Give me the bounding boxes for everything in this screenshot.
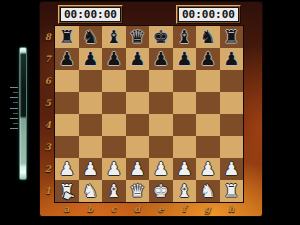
gauge-tick: [13, 102, 18, 103]
black-king-icon: ♚: [149, 26, 173, 48]
black-rook-icon: ♜: [220, 26, 244, 48]
black-pawn-icon: ♟: [149, 48, 173, 70]
chess-board: ♜♞♝♛♚♝♞♜♟♟♟♟♟♟♟♟♟♟♟♟♟♟♟♟♜♞♝♛♚♝♞♜: [55, 26, 243, 202]
square-e7[interactable]: ♟: [149, 48, 173, 70]
black-bishop-icon: ♝: [102, 26, 126, 48]
white-bishop-icon: ♝: [102, 180, 126, 202]
square-c7[interactable]: ♟: [102, 48, 126, 70]
square-b6[interactable]: [79, 70, 103, 92]
rank-label-4: 4: [42, 114, 54, 136]
black-bishop-icon: ♝: [173, 26, 197, 48]
black-pawn-icon: ♟: [173, 48, 197, 70]
square-f6[interactable]: [173, 70, 197, 92]
eval-gauge: [19, 47, 27, 180]
file-label-g: g: [196, 203, 220, 215]
square-b7[interactable]: ♟: [79, 48, 103, 70]
square-b3[interactable]: [79, 136, 103, 158]
square-a6[interactable]: [55, 70, 79, 92]
black-clock: 00:00:00: [176, 5, 241, 24]
rank-label-8: 8: [42, 26, 54, 48]
square-b4[interactable]: [79, 114, 103, 136]
board-frame: 00:00:00 00:00:00 87654321 ♜♞♝♛♚♝♞♜♟♟♟♟♟…: [40, 2, 262, 216]
square-d8[interactable]: ♛: [126, 26, 150, 48]
black-knight-icon: ♞: [79, 26, 103, 48]
square-c4[interactable]: [102, 114, 126, 136]
square-f1[interactable]: ♝: [173, 180, 197, 202]
square-e6[interactable]: [149, 70, 173, 92]
white-clock: 00:00:00: [58, 5, 123, 24]
white-knight-icon: ♞: [196, 180, 220, 202]
square-g3[interactable]: [196, 136, 220, 158]
square-d7[interactable]: ♟: [126, 48, 150, 70]
file-label-h: h: [220, 203, 244, 215]
square-f5[interactable]: [173, 92, 197, 114]
white-pawn-icon: ♟: [173, 158, 197, 180]
square-e2[interactable]: ♟: [149, 158, 173, 180]
square-e3[interactable]: [149, 136, 173, 158]
white-pawn-icon: ♟: [55, 158, 79, 180]
square-c1[interactable]: ♝: [102, 180, 126, 202]
square-g7[interactable]: ♟: [196, 48, 220, 70]
square-g2[interactable]: ♟: [196, 158, 220, 180]
gauge-tick: [10, 87, 18, 88]
square-c2[interactable]: ♟: [102, 158, 126, 180]
square-c5[interactable]: [102, 92, 126, 114]
square-h5[interactable]: [220, 92, 244, 114]
black-knight-icon: ♞: [196, 26, 220, 48]
square-b5[interactable]: [79, 92, 103, 114]
square-g5[interactable]: [196, 92, 220, 114]
square-d5[interactable]: [126, 92, 150, 114]
white-rook-icon: ♜: [55, 180, 79, 202]
square-f4[interactable]: [173, 114, 197, 136]
black-pawn-icon: ♟: [55, 48, 79, 70]
gauge-tick: [10, 128, 18, 129]
square-h1[interactable]: ♜: [220, 180, 244, 202]
square-a5[interactable]: [55, 92, 79, 114]
square-e4[interactable]: [149, 114, 173, 136]
white-pawn-icon: ♟: [102, 158, 126, 180]
file-label-f: f: [173, 203, 197, 215]
file-label-c: c: [102, 203, 126, 215]
rank-label-7: 7: [42, 48, 54, 70]
square-e5[interactable]: [149, 92, 173, 114]
square-a1[interactable]: ♜: [55, 180, 79, 202]
square-f2[interactable]: ♟: [173, 158, 197, 180]
white-clock-display: 00:00:00: [60, 7, 121, 22]
white-pawn-icon: ♟: [220, 158, 244, 180]
eval-gauge-ticks: [9, 87, 18, 129]
square-f8[interactable]: ♝: [173, 26, 197, 48]
square-a3[interactable]: [55, 136, 79, 158]
square-h3[interactable]: [220, 136, 244, 158]
square-a2[interactable]: ♟: [55, 158, 79, 180]
black-pawn-icon: ♟: [196, 48, 220, 70]
file-label-b: b: [79, 203, 103, 215]
black-pawn-icon: ♟: [220, 48, 244, 70]
square-d2[interactable]: ♟: [126, 158, 150, 180]
rank-label-2: 2: [42, 158, 54, 180]
gauge-tick: [13, 113, 18, 114]
square-g1[interactable]: ♞: [196, 180, 220, 202]
square-e1[interactable]: ♚: [149, 180, 173, 202]
square-c8[interactable]: ♝: [102, 26, 126, 48]
file-label-e: e: [149, 203, 173, 215]
black-pawn-icon: ♟: [79, 48, 103, 70]
rank-labels: 87654321: [42, 26, 54, 202]
game-screen: 00:00:00 00:00:00 87654321 ♜♞♝♛♚♝♞♜♟♟♟♟♟…: [0, 0, 300, 225]
gauge-tick: [10, 108, 18, 109]
white-pawn-icon: ♟: [79, 158, 103, 180]
white-knight-icon: ♞: [79, 180, 103, 202]
file-labels: abcdefgh: [55, 203, 243, 215]
black-queen-icon: ♛: [126, 26, 150, 48]
square-a4[interactable]: [55, 114, 79, 136]
black-pawn-icon: ♟: [126, 48, 150, 70]
black-pawn-icon: ♟: [102, 48, 126, 70]
square-g8[interactable]: ♞: [196, 26, 220, 48]
square-h4[interactable]: [220, 114, 244, 136]
white-rook-icon: ♜: [220, 180, 244, 202]
square-d3[interactable]: [126, 136, 150, 158]
black-clock-display: 00:00:00: [178, 7, 239, 22]
white-pawn-icon: ♟: [196, 158, 220, 180]
square-g4[interactable]: [196, 114, 220, 136]
square-b1[interactable]: ♞: [79, 180, 103, 202]
square-f7[interactable]: ♟: [173, 48, 197, 70]
square-c3[interactable]: [102, 136, 126, 158]
square-b8[interactable]: ♞: [79, 26, 103, 48]
square-e8[interactable]: ♚: [149, 26, 173, 48]
rank-label-1: 1: [42, 180, 54, 202]
white-bishop-icon: ♝: [173, 180, 197, 202]
black-rook-icon: ♜: [55, 26, 79, 48]
rank-label-6: 6: [42, 70, 54, 92]
square-g6[interactable]: [196, 70, 220, 92]
square-d6[interactable]: [126, 70, 150, 92]
white-queen-icon: ♛: [126, 180, 150, 202]
square-f3[interactable]: [173, 136, 197, 158]
square-b2[interactable]: ♟: [79, 158, 103, 180]
file-label-a: a: [55, 203, 79, 215]
square-h6[interactable]: [220, 70, 244, 92]
white-pawn-icon: ♟: [149, 158, 173, 180]
square-a8[interactable]: ♜: [55, 26, 79, 48]
square-a7[interactable]: ♟: [55, 48, 79, 70]
gauge-tick: [13, 123, 18, 124]
rank-label-3: 3: [42, 136, 54, 158]
white-pawn-icon: ♟: [126, 158, 150, 180]
file-label-d: d: [126, 203, 150, 215]
gauge-tick: [13, 92, 18, 93]
square-c6[interactable]: [102, 70, 126, 92]
gauge-tick: [10, 118, 18, 119]
gauge-tick: [10, 97, 18, 98]
square-h7[interactable]: ♟: [220, 48, 244, 70]
square-h2[interactable]: ♟: [220, 158, 244, 180]
square-d4[interactable]: [126, 114, 150, 136]
rank-label-5: 5: [42, 92, 54, 114]
square-h8[interactable]: ♜: [220, 26, 244, 48]
white-king-icon: ♚: [149, 180, 173, 202]
square-d1[interactable]: ♛: [126, 180, 150, 202]
